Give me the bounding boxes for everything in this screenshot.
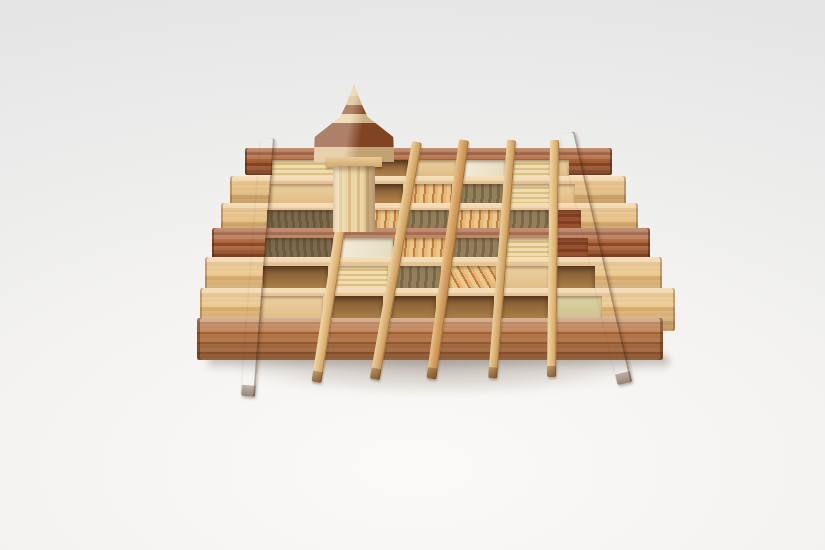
tower-roof (314, 84, 394, 162)
tower-piece[interactable] (314, 84, 394, 234)
lattice-board (0, 0, 825, 550)
tower-column (333, 166, 375, 232)
photo-stage (0, 0, 825, 550)
